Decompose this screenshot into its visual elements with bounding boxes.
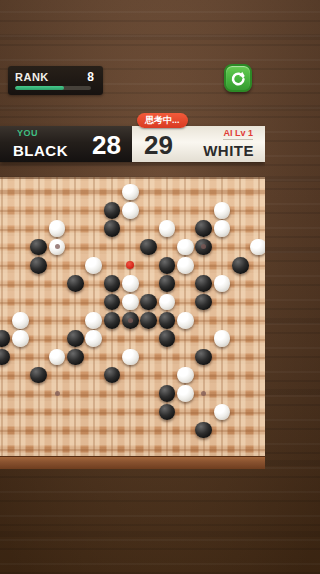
board-cell[interactable]	[231, 201, 249, 219]
board-cell[interactable]	[158, 329, 176, 347]
board-cell[interactable]	[0, 384, 11, 402]
board-cell[interactable]	[176, 384, 194, 402]
board-cell[interactable]	[0, 274, 11, 292]
board-cell[interactable]	[213, 403, 231, 421]
board-cell[interactable]	[249, 384, 265, 402]
white-stone	[159, 220, 176, 237]
board-cell[interactable]	[249, 219, 265, 237]
black-stone	[30, 239, 47, 256]
board-cell[interactable]	[121, 238, 139, 256]
board-cell[interactable]	[121, 439, 139, 457]
board-cell[interactable]	[176, 293, 194, 311]
board-cell[interactable]	[194, 439, 212, 457]
ai-level-tag: AI Lv 1	[223, 128, 253, 140]
board-cell[interactable]	[66, 183, 84, 201]
board-cell[interactable]	[121, 348, 139, 366]
board-cell[interactable]	[249, 201, 265, 219]
board-cell[interactable]	[249, 238, 265, 256]
board-cell[interactable]	[176, 403, 194, 421]
board-cell[interactable]	[0, 403, 11, 421]
white-stone	[85, 257, 102, 274]
board-cell[interactable]	[48, 439, 66, 457]
black-stone	[159, 404, 176, 421]
board-cell[interactable]	[48, 219, 66, 237]
white-stone	[49, 220, 66, 237]
board-cell[interactable]	[194, 366, 212, 384]
board-cell[interactable]	[231, 421, 249, 439]
white-stone	[177, 385, 194, 402]
board-cell[interactable]	[11, 366, 29, 384]
board-cell[interactable]	[84, 329, 102, 347]
board-cell[interactable]	[11, 293, 29, 311]
board-cell[interactable]	[103, 329, 121, 347]
board-cell[interactable]	[30, 329, 48, 347]
board-cell[interactable]	[84, 274, 102, 292]
board-cell[interactable]	[103, 439, 121, 457]
board-cell[interactable]	[103, 219, 121, 237]
black-player-name: BLACK	[13, 142, 68, 159]
board-cell[interactable]	[0, 329, 11, 347]
white-stone	[177, 239, 194, 256]
board-cell[interactable]	[103, 238, 121, 256]
board-cell[interactable]	[139, 311, 157, 329]
star-point	[128, 318, 133, 323]
board-cell[interactable]	[249, 183, 265, 201]
black-stone	[195, 349, 212, 366]
black-stone	[195, 422, 212, 439]
board-cell[interactable]	[176, 274, 194, 292]
black-stone	[195, 275, 212, 292]
black-player-panel: YOU BLACK 28	[0, 126, 132, 162]
board-cell[interactable]	[0, 366, 11, 384]
board-cell[interactable]	[0, 238, 11, 256]
board-cell[interactable]	[11, 439, 29, 457]
board-cell[interactable]	[194, 293, 212, 311]
board-cell[interactable]	[30, 219, 48, 237]
board-cell[interactable]	[48, 348, 66, 366]
black-stone	[104, 275, 121, 292]
board-cell[interactable]	[30, 238, 48, 256]
board-cell[interactable]	[66, 256, 84, 274]
board-cell[interactable]	[194, 256, 212, 274]
board-cell[interactable]	[84, 403, 102, 421]
board-cell[interactable]	[84, 238, 102, 256]
black-stone	[195, 220, 212, 237]
board-surface	[0, 177, 265, 456]
board-cell[interactable]	[176, 311, 194, 329]
board-cell[interactable]	[66, 293, 84, 311]
board-cell[interactable]	[103, 256, 121, 274]
board-cell[interactable]	[103, 348, 121, 366]
board-cell[interactable]	[139, 384, 157, 402]
board-grid	[0, 183, 265, 458]
board-cell[interactable]	[0, 293, 11, 311]
board-cell[interactable]	[11, 348, 29, 366]
board-cell[interactable]	[11, 256, 29, 274]
white-stone	[12, 330, 29, 347]
white-stone	[85, 330, 102, 347]
board-cell[interactable]	[66, 439, 84, 457]
board-cell[interactable]	[249, 439, 265, 457]
board-cell[interactable]	[103, 274, 121, 292]
board-cell[interactable]	[103, 293, 121, 311]
board-cell[interactable]	[176, 348, 194, 366]
black-stone	[159, 385, 176, 402]
black-stone	[159, 275, 176, 292]
white-stone	[49, 349, 66, 366]
board-cell[interactable]	[30, 439, 48, 457]
board-cell[interactable]	[176, 421, 194, 439]
board-cell[interactable]	[213, 219, 231, 237]
board-cell[interactable]	[0, 219, 11, 237]
white-stone	[214, 275, 231, 292]
board-cell[interactable]	[139, 329, 157, 347]
board-cell[interactable]	[103, 201, 121, 219]
board-cell[interactable]	[48, 183, 66, 201]
board-cell[interactable]	[84, 348, 102, 366]
white-stone	[122, 202, 139, 219]
board-cell[interactable]	[84, 311, 102, 329]
last-move-marker	[126, 261, 134, 269]
rank-progress-bar	[15, 86, 91, 90]
board-front-edge	[0, 456, 265, 469]
board-cell[interactable]	[139, 238, 157, 256]
board-cell[interactable]	[176, 439, 194, 457]
board-cell[interactable]	[84, 201, 102, 219]
board-cell[interactable]	[158, 219, 176, 237]
board-cell[interactable]	[30, 348, 48, 366]
white-stone	[122, 184, 139, 201]
white-stone	[122, 294, 139, 311]
board-cell[interactable]	[30, 421, 48, 439]
board-cell[interactable]	[194, 238, 212, 256]
board-cell[interactable]	[0, 201, 11, 219]
board-cell[interactable]	[48, 403, 66, 421]
board-cell[interactable]	[249, 274, 265, 292]
board-cell[interactable]	[139, 293, 157, 311]
white-stone	[12, 312, 29, 329]
board-cell[interactable]	[48, 274, 66, 292]
board-cell[interactable]	[48, 384, 66, 402]
board-cell[interactable]	[231, 384, 249, 402]
board-cell[interactable]	[176, 329, 194, 347]
white-stone	[214, 202, 231, 219]
black-stone	[67, 330, 84, 347]
board-cell[interactable]	[158, 366, 176, 384]
board-cell[interactable]	[158, 311, 176, 329]
board-cell[interactable]	[30, 366, 48, 384]
board-cell[interactable]	[30, 256, 48, 274]
board-cell[interactable]	[30, 274, 48, 292]
black-stone	[104, 202, 121, 219]
star-point	[55, 391, 60, 396]
board-cell[interactable]	[30, 201, 48, 219]
board-cell[interactable]	[0, 256, 11, 274]
black-stone	[159, 312, 176, 329]
white-stone	[214, 404, 231, 421]
board-cell[interactable]	[213, 421, 231, 439]
board-cell[interactable]	[194, 219, 212, 237]
board-cell[interactable]	[194, 201, 212, 219]
white-stone	[85, 312, 102, 329]
white-stone	[159, 294, 176, 311]
board-cell[interactable]	[30, 403, 48, 421]
black-stone	[30, 257, 47, 274]
board-cell[interactable]	[139, 403, 157, 421]
board-cell[interactable]	[249, 403, 265, 421]
white-player-panel: 29 AI Lv 1 WHITE	[132, 126, 265, 162]
board-cell[interactable]	[158, 201, 176, 219]
board-cell[interactable]	[231, 439, 249, 457]
board-cell[interactable]	[66, 311, 84, 329]
board-cell[interactable]	[249, 329, 265, 347]
board-cell[interactable]	[249, 366, 265, 384]
board-cell[interactable]	[66, 274, 84, 292]
board-cell[interactable]	[103, 366, 121, 384]
board-cell[interactable]	[231, 293, 249, 311]
board-cell[interactable]	[249, 293, 265, 311]
black-stone	[195, 294, 212, 311]
board-cell[interactable]	[158, 384, 176, 402]
board-cell[interactable]	[66, 348, 84, 366]
board-cell[interactable]	[66, 366, 84, 384]
board-cell[interactable]	[213, 183, 231, 201]
board-cell[interactable]	[121, 219, 139, 237]
board-cell[interactable]	[231, 403, 249, 421]
board-cell[interactable]	[158, 421, 176, 439]
board-cell[interactable]	[0, 421, 11, 439]
board-cell[interactable]	[103, 421, 121, 439]
board-cell[interactable]	[213, 384, 231, 402]
board-cell[interactable]	[194, 311, 212, 329]
board-cell[interactable]	[249, 421, 265, 439]
board-cell[interactable]	[213, 238, 231, 256]
board-cell[interactable]	[84, 183, 102, 201]
white-stone	[177, 367, 194, 384]
board-cell[interactable]	[103, 311, 121, 329]
board-cell[interactable]	[0, 183, 11, 201]
board-cell[interactable]	[121, 201, 139, 219]
board-cell[interactable]	[176, 256, 194, 274]
board-cell[interactable]	[0, 311, 11, 329]
board-cell[interactable]	[231, 329, 249, 347]
white-stone	[214, 220, 231, 237]
board-cell[interactable]	[231, 366, 249, 384]
board-cell[interactable]	[213, 329, 231, 347]
board-cell[interactable]	[121, 293, 139, 311]
board-cell[interactable]	[103, 403, 121, 421]
black-stone	[104, 367, 121, 384]
board-cell[interactable]	[84, 293, 102, 311]
board-cell[interactable]	[84, 421, 102, 439]
board-cell[interactable]	[84, 366, 102, 384]
board-cell[interactable]	[66, 384, 84, 402]
board-cell[interactable]	[213, 256, 231, 274]
board-cell[interactable]	[139, 256, 157, 274]
board-cell[interactable]	[11, 274, 29, 292]
board-cell[interactable]	[139, 439, 157, 457]
black-stone	[140, 294, 157, 311]
board-cell[interactable]	[213, 201, 231, 219]
board-cell[interactable]	[11, 183, 29, 201]
board-cell[interactable]	[103, 183, 121, 201]
board-cell[interactable]	[48, 311, 66, 329]
black-stone	[140, 239, 157, 256]
board-cell[interactable]	[103, 384, 121, 402]
board-cell[interactable]	[11, 421, 29, 439]
board-cell[interactable]	[176, 366, 194, 384]
board-cell[interactable]	[121, 274, 139, 292]
board-cell[interactable]	[231, 183, 249, 201]
board-cell[interactable]	[66, 238, 84, 256]
board-cell[interactable]	[11, 329, 29, 347]
board-cell[interactable]	[158, 183, 176, 201]
board-cell[interactable]	[231, 348, 249, 366]
black-stone	[140, 312, 157, 329]
board-cell[interactable]	[231, 238, 249, 256]
board-cell[interactable]	[158, 238, 176, 256]
board-cell[interactable]	[66, 219, 84, 237]
black-stone	[104, 220, 121, 237]
board-cell[interactable]	[121, 256, 139, 274]
board-cell[interactable]	[66, 201, 84, 219]
board-cell[interactable]	[176, 183, 194, 201]
board-cell[interactable]	[194, 183, 212, 201]
board-cell[interactable]	[231, 256, 249, 274]
board-cell[interactable]	[249, 348, 265, 366]
black-stone	[159, 257, 176, 274]
board-cell[interactable]	[139, 421, 157, 439]
board-cell[interactable]	[121, 384, 139, 402]
board-cell[interactable]	[249, 311, 265, 329]
board-cell[interactable]	[158, 348, 176, 366]
board-cell[interactable]	[158, 274, 176, 292]
star-point	[201, 391, 206, 396]
board-cell[interactable]	[139, 274, 157, 292]
white-player-name: WHITE	[203, 142, 254, 159]
board-cell[interactable]	[194, 274, 212, 292]
player-tag-you: YOU	[17, 128, 38, 138]
board-cell[interactable]	[139, 219, 157, 237]
refresh-icon	[229, 69, 247, 87]
board-cell[interactable]	[11, 201, 29, 219]
board-cell[interactable]	[249, 256, 265, 274]
rank-label: RANK	[15, 71, 49, 83]
board-cell[interactable]	[11, 311, 29, 329]
board-cell[interactable]	[11, 384, 29, 402]
board-cell[interactable]	[231, 311, 249, 329]
board-cell[interactable]	[139, 201, 157, 219]
board-cell[interactable]	[139, 348, 157, 366]
board-cell[interactable]	[213, 366, 231, 384]
scoreboard: YOU BLACK 28 29 AI Lv 1 WHITE	[0, 126, 265, 162]
black-stone	[104, 294, 121, 311]
board-cell[interactable]	[213, 311, 231, 329]
board-cell[interactable]	[66, 421, 84, 439]
board-cell[interactable]	[0, 348, 11, 366]
board-cell[interactable]	[121, 403, 139, 421]
board-cell[interactable]	[66, 403, 84, 421]
black-stone	[232, 257, 249, 274]
board-cell[interactable]	[176, 238, 194, 256]
rank-value: 8	[87, 70, 94, 84]
board-cell[interactable]	[158, 439, 176, 457]
board-cell[interactable]	[11, 403, 29, 421]
board-cell[interactable]	[194, 403, 212, 421]
white-stone	[122, 349, 139, 366]
board-cell[interactable]	[121, 366, 139, 384]
black-stone	[159, 330, 176, 347]
board-cell[interactable]	[176, 219, 194, 237]
board-cell[interactable]	[231, 219, 249, 237]
board-cell[interactable]	[194, 348, 212, 366]
board-cell[interactable]	[121, 311, 139, 329]
board-cell[interactable]	[30, 384, 48, 402]
board-cell[interactable]	[48, 366, 66, 384]
board-cell[interactable]	[194, 329, 212, 347]
board-cell[interactable]	[11, 238, 29, 256]
white-stone	[177, 257, 194, 274]
board-cell[interactable]	[48, 201, 66, 219]
board-cell[interactable]	[121, 421, 139, 439]
status-badge: 思考中...	[137, 113, 188, 128]
board-cell[interactable]	[84, 219, 102, 237]
board-cell[interactable]	[139, 366, 157, 384]
white-stone	[214, 330, 231, 347]
board-cell[interactable]	[0, 439, 11, 457]
black-score: 28	[92, 130, 121, 161]
black-stone	[0, 330, 10, 347]
board-cell[interactable]	[84, 439, 102, 457]
board-cell[interactable]	[84, 256, 102, 274]
board-cell[interactable]	[213, 439, 231, 457]
board-cell[interactable]	[139, 183, 157, 201]
board-cell[interactable]	[48, 238, 66, 256]
board-cell[interactable]	[48, 256, 66, 274]
board-cell[interactable]	[158, 403, 176, 421]
board-cell[interactable]	[158, 256, 176, 274]
black-stone	[30, 367, 47, 384]
restart-button[interactable]	[224, 64, 252, 92]
board-cell[interactable]	[213, 274, 231, 292]
black-stone	[0, 349, 10, 366]
board-cell[interactable]	[84, 384, 102, 402]
board-cell[interactable]	[11, 219, 29, 237]
black-stone	[67, 349, 84, 366]
board-cell[interactable]	[30, 183, 48, 201]
board-cell[interactable]	[48, 421, 66, 439]
white-stone	[250, 239, 265, 256]
white-stone	[122, 275, 139, 292]
board-cell[interactable]	[121, 183, 139, 201]
white-stone	[177, 312, 194, 329]
board-cell[interactable]	[231, 274, 249, 292]
board-cell[interactable]	[213, 293, 231, 311]
board-cell[interactable]	[66, 329, 84, 347]
board-cell[interactable]	[194, 421, 212, 439]
board-cell[interactable]	[30, 293, 48, 311]
board-cell[interactable]	[48, 329, 66, 347]
white-score: 29	[144, 130, 173, 161]
board-cell[interactable]	[158, 293, 176, 311]
board-cell[interactable]	[194, 384, 212, 402]
board-cell[interactable]	[48, 293, 66, 311]
board-cell[interactable]	[30, 311, 48, 329]
board-cell[interactable]	[213, 348, 231, 366]
board-cell[interactable]	[176, 201, 194, 219]
game-board	[0, 177, 265, 469]
board-cell[interactable]	[121, 329, 139, 347]
